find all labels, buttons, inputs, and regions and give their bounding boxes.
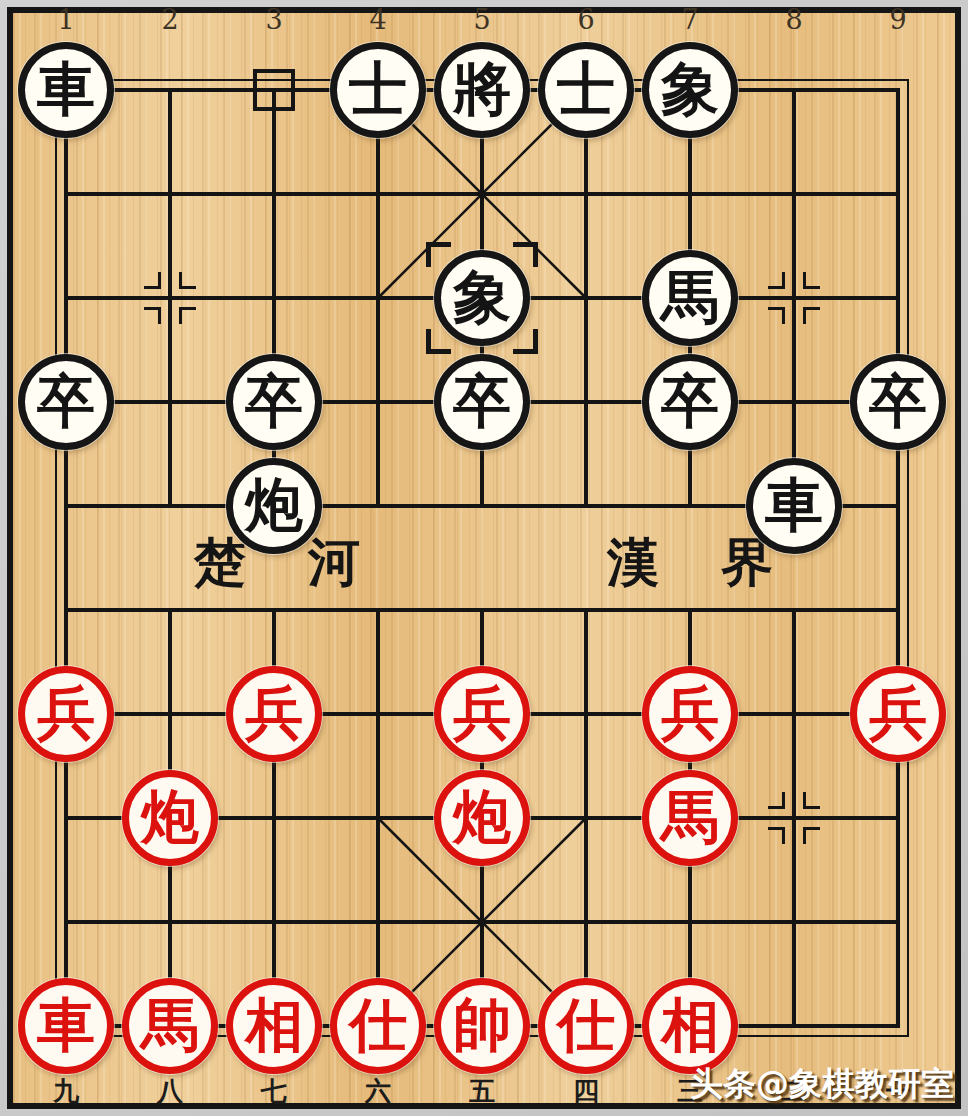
piece-glyph: 相 [661, 984, 719, 1066]
piece-glyph: 兵 [869, 672, 927, 754]
last-move-from-marker [253, 69, 295, 111]
piece-glyph: 兵 [37, 672, 95, 754]
piece-red-soldier[interactable]: 兵 [850, 666, 946, 762]
file-label-top: 2 [153, 4, 187, 35]
palace-diagonals [0, 0, 968, 1116]
piece-glyph: 卒 [37, 360, 95, 442]
piece-red-chariot[interactable]: 車 [18, 978, 114, 1074]
file-label-top: 5 [465, 4, 499, 35]
star-point-arm [144, 272, 161, 289]
piece-black-advisor[interactable]: 士 [330, 42, 426, 138]
piece-red-general[interactable]: 帥 [434, 978, 530, 1074]
piece-glyph: 帥 [453, 984, 511, 1066]
piece-red-soldier[interactable]: 兵 [18, 666, 114, 762]
piece-red-elephant[interactable]: 相 [642, 978, 738, 1074]
piece-glyph: 車 [765, 464, 823, 546]
river-label-right: 漢 界 [607, 528, 783, 598]
file-label-top: 1 [49, 4, 83, 35]
piece-glyph: 卒 [245, 360, 303, 442]
piece-glyph: 士 [349, 48, 407, 130]
piece-glyph: 卒 [869, 360, 927, 442]
star-point-arm [803, 272, 820, 289]
piece-red-horse[interactable]: 馬 [642, 770, 738, 866]
star-point-arm [144, 307, 161, 324]
file-label-bottom: 八 [153, 1074, 187, 1109]
piece-glyph: 炮 [453, 776, 511, 858]
file-label-top: 4 [361, 4, 395, 35]
star-point-marker [768, 272, 820, 324]
piece-glyph: 兵 [661, 672, 719, 754]
piece-glyph: 士 [557, 48, 615, 130]
piece-red-soldier[interactable]: 兵 [642, 666, 738, 762]
piece-glyph: 將 [453, 48, 511, 130]
piece-glyph: 兵 [453, 672, 511, 754]
file-label-bottom: 四 [569, 1074, 603, 1109]
star-point-arm [768, 272, 785, 289]
piece-red-advisor[interactable]: 仕 [330, 978, 426, 1074]
piece-glyph: 卒 [661, 360, 719, 442]
star-point-arm [803, 827, 820, 844]
piece-glyph: 相 [245, 984, 303, 1066]
piece-black-chariot[interactable]: 車 [18, 42, 114, 138]
xiangqi-screenshot: 123456789九八七六五四三二一車士將士象象馬卒卒卒卒卒炮車兵兵兵兵兵炮炮馬… [0, 0, 968, 1116]
piece-black-advisor[interactable]: 士 [538, 42, 634, 138]
piece-red-elephant[interactable]: 相 [226, 978, 322, 1074]
piece-glyph: 仕 [557, 984, 615, 1066]
piece-glyph: 兵 [245, 672, 303, 754]
piece-red-cannon[interactable]: 炮 [122, 770, 218, 866]
piece-black-general[interactable]: 將 [434, 42, 530, 138]
piece-black-soldier[interactable]: 卒 [642, 354, 738, 450]
file-label-bottom: 六 [361, 1074, 395, 1109]
star-point-marker [144, 272, 196, 324]
piece-glyph: 象 [661, 48, 719, 130]
star-point-arm [179, 272, 196, 289]
file-label-top: 7 [673, 4, 707, 35]
file-label-top: 3 [257, 4, 291, 35]
piece-glyph: 卒 [453, 360, 511, 442]
piece-black-elephant[interactable]: 象 [642, 42, 738, 138]
file-label-top: 6 [569, 4, 603, 35]
file-label-bottom: 七 [257, 1074, 291, 1109]
piece-black-soldier[interactable]: 卒 [850, 354, 946, 450]
piece-black-horse[interactable]: 馬 [642, 250, 738, 346]
star-point-arm [179, 307, 196, 324]
file-label-top: 9 [881, 4, 915, 35]
piece-black-soldier[interactable]: 卒 [226, 354, 322, 450]
piece-black-elephant[interactable]: 象 [434, 250, 530, 346]
star-point-arm [768, 827, 785, 844]
piece-red-soldier[interactable]: 兵 [226, 666, 322, 762]
piece-glyph: 仕 [349, 984, 407, 1066]
piece-glyph: 馬 [661, 776, 719, 858]
piece-black-cannon[interactable]: 炮 [226, 458, 322, 554]
piece-glyph: 炮 [141, 776, 199, 858]
piece-red-cannon[interactable]: 炮 [434, 770, 530, 866]
piece-glyph: 炮 [245, 464, 303, 546]
piece-black-chariot[interactable]: 車 [746, 458, 842, 554]
file-label-bottom: 九 [49, 1074, 83, 1109]
piece-glyph: 馬 [661, 256, 719, 338]
piece-glyph: 象 [453, 256, 511, 338]
piece-glyph: 車 [37, 48, 95, 130]
star-point-arm [768, 307, 785, 324]
star-point-arm [803, 792, 820, 809]
star-point-marker [768, 792, 820, 844]
file-label-top: 8 [777, 4, 811, 35]
piece-black-soldier[interactable]: 卒 [18, 354, 114, 450]
piece-black-soldier[interactable]: 卒 [434, 354, 530, 450]
watermark-text: 头条@象棋教研室 [690, 1062, 954, 1107]
file-label-bottom: 五 [465, 1074, 499, 1109]
star-point-arm [803, 307, 820, 324]
piece-glyph: 車 [37, 984, 95, 1066]
star-point-arm [768, 792, 785, 809]
piece-glyph: 馬 [141, 984, 199, 1066]
xiangqi-board[interactable]: 123456789九八七六五四三二一車士將士象象馬卒卒卒卒卒炮車兵兵兵兵兵炮炮馬… [0, 0, 968, 1116]
piece-red-soldier[interactable]: 兵 [434, 666, 530, 762]
piece-red-advisor[interactable]: 仕 [538, 978, 634, 1074]
piece-red-horse[interactable]: 馬 [122, 978, 218, 1074]
